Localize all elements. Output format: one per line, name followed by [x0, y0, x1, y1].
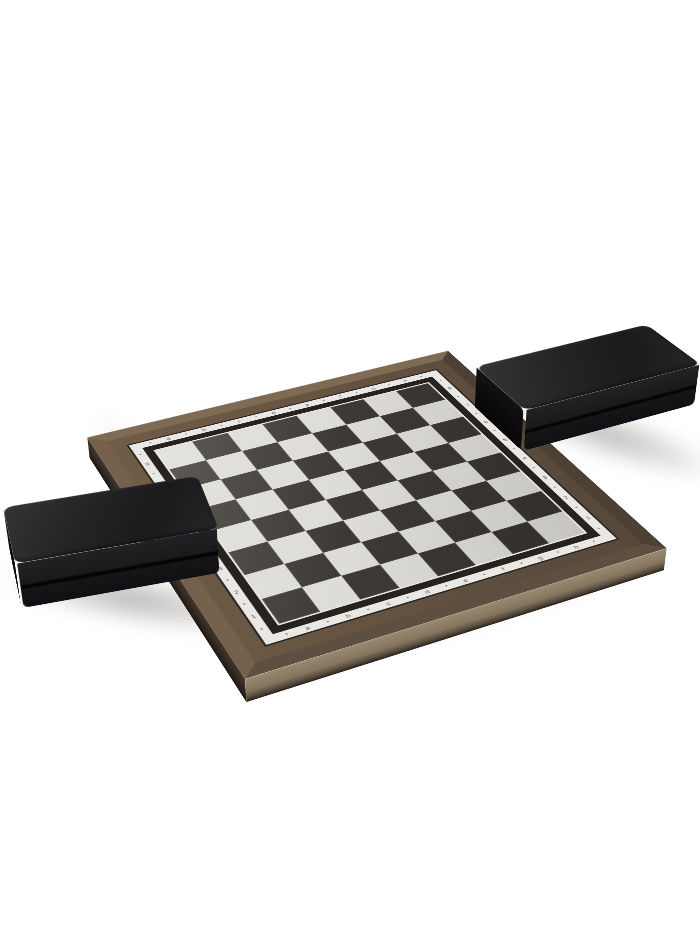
square-h1 [527, 511, 584, 543]
rank-label: 1 [572, 506, 604, 530]
boundary-dot [445, 585, 448, 587]
boundary-dot [260, 628, 263, 630]
square-f1 [455, 532, 513, 565]
boundary-dot [483, 573, 486, 575]
square-c3 [306, 521, 362, 553]
rank-label: 2 [223, 578, 251, 605]
boundary-dot [285, 633, 288, 635]
square-d3 [343, 510, 398, 542]
square-e3 [380, 500, 435, 531]
square-f2 [435, 511, 491, 543]
file-label: e [444, 571, 488, 589]
square-b3 [267, 531, 323, 564]
boundary-dot [575, 507, 578, 509]
square-e2 [399, 521, 456, 553]
file-label: b [325, 606, 371, 625]
boundary-dot [592, 540, 595, 542]
storage-box-right [476, 324, 700, 410]
boundary-dot [597, 528, 600, 530]
square-g1 [492, 522, 550, 554]
square-d4 [326, 490, 380, 521]
square-a3 [228, 542, 284, 576]
square-a4 [213, 520, 268, 552]
square-c4 [289, 500, 343, 531]
file-label: a [284, 618, 330, 637]
boundary-dot [556, 551, 559, 553]
square-b5 [236, 490, 289, 521]
file-label: h [555, 539, 597, 556]
square-b4 [251, 510, 305, 542]
square-d1 [380, 553, 438, 587]
square-f3 [416, 490, 471, 521]
square-h2 [506, 491, 562, 522]
boundary-dot [226, 579, 229, 581]
square-a1 [262, 587, 321, 624]
boundary-dot [367, 608, 370, 610]
square-d2 [361, 531, 418, 564]
file-label: d [405, 583, 449, 601]
square-a2 [245, 564, 302, 599]
storage-box-left [3, 476, 219, 564]
square-c2 [323, 542, 380, 576]
boundary-dot [406, 597, 409, 599]
product-photo-scene: abcdefgh abcdefgh 87654321 87654321 [0, 0, 700, 933]
file-label: c [366, 594, 411, 613]
rank-label: 1 [239, 602, 268, 630]
boundary-dot [326, 621, 329, 623]
square-b2 [284, 553, 341, 587]
boundary-dot [243, 603, 246, 605]
boundary-dot [520, 562, 523, 564]
square-g2 [471, 501, 527, 532]
square-c1 [341, 565, 399, 600]
file-label: g [519, 549, 562, 566]
square-e1 [418, 543, 476, 577]
file-label: f [482, 560, 525, 578]
square-b1 [302, 576, 360, 612]
